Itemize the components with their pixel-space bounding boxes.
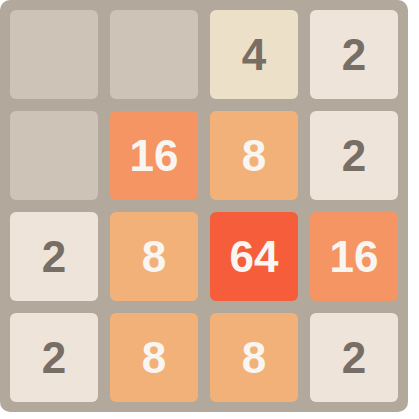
cell-r3c2: 8 xyxy=(110,212,198,301)
cell-r1c2 xyxy=(110,10,198,99)
cell-r3c3: 64 xyxy=(210,212,298,301)
cell-r2c2: 16 xyxy=(110,111,198,200)
cell-r1c1 xyxy=(10,10,98,99)
cell-r1c3: 4 xyxy=(210,10,298,99)
cell-r4c1: 2 xyxy=(10,313,98,402)
cell-r3c4: 16 xyxy=(310,212,398,301)
2048-board[interactable]: 4 2 16 8 2 2 8 64 16 2 8 8 2 xyxy=(0,0,408,412)
cell-r4c4: 2 xyxy=(310,313,398,402)
cell-r1c4: 2 xyxy=(310,10,398,99)
cell-r4c2: 8 xyxy=(110,313,198,402)
cell-r3c1: 2 xyxy=(10,212,98,301)
cell-r2c4: 2 xyxy=(310,111,398,200)
cell-r2c3: 8 xyxy=(210,111,298,200)
cell-r2c1 xyxy=(10,111,98,200)
cell-r4c3: 8 xyxy=(210,313,298,402)
